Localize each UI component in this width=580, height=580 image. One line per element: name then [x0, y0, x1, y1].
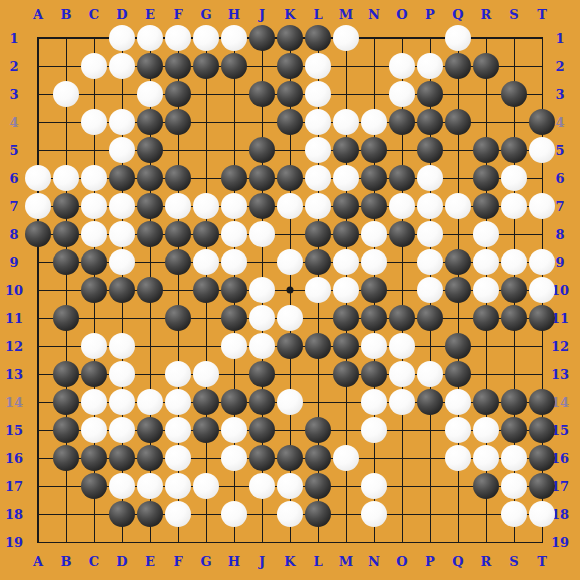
white-stone-G1: ○ [193, 25, 219, 51]
row-label-left-15: 15 [5, 423, 23, 438]
white-stone-K17: ○ [277, 473, 303, 499]
row-label-left-3: 3 [9, 87, 18, 102]
black-stone-L12: ● [305, 333, 331, 359]
row-label-left-7: 7 [9, 199, 18, 214]
row-label-left-11: 11 [5, 311, 23, 326]
white-stone-Q16: ○ [445, 445, 471, 471]
column-label-top-N: N [368, 7, 380, 22]
row-label-left-14: 14 [5, 395, 23, 410]
white-stone-D1: ○ [109, 25, 135, 51]
black-stone-K1: ● [277, 25, 303, 51]
black-stone-P3: ● [417, 81, 443, 107]
column-label-top-M: M [339, 7, 353, 22]
white-stone-O3: ○ [389, 81, 415, 107]
white-stone-T5: ○ [529, 137, 555, 163]
white-stone-R15: ○ [473, 417, 499, 443]
white-stone-S16: ○ [501, 445, 527, 471]
black-stone-F2: ● [165, 53, 191, 79]
row-label-left-6: 6 [9, 171, 18, 186]
column-label-top-J: J [259, 7, 265, 22]
black-stone-F3: ● [165, 81, 191, 107]
white-stone-F17: ○ [165, 473, 191, 499]
column-label-bottom-F: F [173, 554, 182, 569]
row-label-left-19: 19 [5, 535, 23, 550]
white-stone-S6: ○ [501, 165, 527, 191]
black-stone-J1: ● [249, 25, 275, 51]
star-point-K10 [287, 287, 294, 294]
white-stone-P10: ○ [417, 277, 443, 303]
white-stone-K9: ○ [277, 249, 303, 275]
white-stone-R16: ○ [473, 445, 499, 471]
row-label-right-4: 4 [555, 115, 564, 130]
black-stone-F8: ● [165, 221, 191, 247]
black-stone-E18: ● [137, 501, 163, 527]
row-label-left-12: 12 [5, 339, 23, 354]
black-stone-B11: ● [53, 305, 79, 331]
row-label-left-9: 9 [9, 255, 18, 270]
black-stone-G2: ● [193, 53, 219, 79]
black-stone-E10: ● [137, 277, 163, 303]
black-stone-S15: ● [501, 417, 527, 443]
white-stone-D2: ○ [109, 53, 135, 79]
black-stone-H11: ● [221, 305, 247, 331]
column-label-top-C: C [89, 7, 99, 22]
white-stone-F1: ○ [165, 25, 191, 51]
black-stone-S5: ● [501, 137, 527, 163]
black-stone-F11: ● [165, 305, 191, 331]
column-label-bottom-O: O [396, 554, 407, 569]
white-stone-D17: ○ [109, 473, 135, 499]
white-stone-Q15: ○ [445, 417, 471, 443]
black-stone-Q12: ● [445, 333, 471, 359]
row-label-left-18: 18 [5, 507, 23, 522]
white-stone-K18: ○ [277, 501, 303, 527]
black-stone-L16: ● [305, 445, 331, 471]
black-stone-M7: ● [333, 193, 359, 219]
black-stone-T15: ● [529, 417, 555, 443]
black-stone-R2: ● [473, 53, 499, 79]
white-stone-M4: ○ [333, 109, 359, 135]
column-label-top-K: K [284, 7, 295, 22]
black-stone-S14: ● [501, 389, 527, 415]
black-stone-M8: ● [333, 221, 359, 247]
black-stone-P11: ● [417, 305, 443, 331]
white-stone-L6: ○ [305, 165, 331, 191]
row-label-left-13: 13 [5, 367, 23, 382]
white-stone-K11: ○ [277, 305, 303, 331]
row-label-left-8: 8 [9, 227, 18, 242]
black-stone-G10: ● [193, 277, 219, 303]
white-stone-K14: ○ [277, 389, 303, 415]
black-stone-R5: ● [473, 137, 499, 163]
black-stone-S10: ● [501, 277, 527, 303]
black-stone-E16: ● [137, 445, 163, 471]
black-stone-C16: ● [81, 445, 107, 471]
row-label-left-16: 16 [5, 451, 23, 466]
black-stone-G8: ● [193, 221, 219, 247]
row-label-right-1: 1 [555, 31, 564, 46]
column-label-bottom-J: J [259, 554, 265, 569]
white-stone-C4: ○ [81, 109, 107, 135]
white-stone-N17: ○ [361, 473, 387, 499]
white-stone-K7: ○ [277, 193, 303, 219]
white-stone-D8: ○ [109, 221, 135, 247]
white-stone-L3: ○ [305, 81, 331, 107]
white-stone-H7: ○ [221, 193, 247, 219]
black-stone-O6: ● [389, 165, 415, 191]
white-stone-O7: ○ [389, 193, 415, 219]
black-stone-C9: ● [81, 249, 107, 275]
black-stone-J16: ● [249, 445, 275, 471]
white-stone-F18: ○ [165, 501, 191, 527]
white-stone-M10: ○ [333, 277, 359, 303]
column-label-top-G: G [200, 7, 211, 22]
white-stone-M6: ○ [333, 165, 359, 191]
column-label-bottom-G: G [200, 554, 211, 569]
black-stone-R7: ● [473, 193, 499, 219]
white-stone-L10: ○ [305, 277, 331, 303]
black-stone-H14: ● [221, 389, 247, 415]
white-stone-D15: ○ [109, 417, 135, 443]
black-stone-B13: ● [53, 361, 79, 387]
white-stone-A7: ○ [25, 193, 51, 219]
white-stone-E14: ○ [137, 389, 163, 415]
white-stone-H16: ○ [221, 445, 247, 471]
black-stone-D10: ● [109, 277, 135, 303]
column-label-top-R: R [481, 7, 492, 22]
row-label-right-5: 5 [555, 143, 564, 158]
black-stone-N7: ● [361, 193, 387, 219]
black-stone-T17: ● [529, 473, 555, 499]
white-stone-L7: ○ [305, 193, 331, 219]
white-stone-S7: ○ [501, 193, 527, 219]
black-stone-B15: ● [53, 417, 79, 443]
black-stone-J13: ● [249, 361, 275, 387]
white-stone-A6: ○ [25, 165, 51, 191]
black-stone-B14: ● [53, 389, 79, 415]
white-stone-M16: ○ [333, 445, 359, 471]
black-stone-Q4: ● [445, 109, 471, 135]
white-stone-B3: ○ [53, 81, 79, 107]
white-stone-O2: ○ [389, 53, 415, 79]
row-label-right-6: 6 [555, 171, 564, 186]
white-stone-F14: ○ [165, 389, 191, 415]
white-stone-F16: ○ [165, 445, 191, 471]
white-stone-E3: ○ [137, 81, 163, 107]
black-stone-F9: ● [165, 249, 191, 275]
row-label-left-5: 5 [9, 143, 18, 158]
white-stone-N14: ○ [361, 389, 387, 415]
column-label-bottom-Q: Q [452, 554, 463, 569]
black-stone-K6: ● [277, 165, 303, 191]
black-stone-C17: ● [81, 473, 107, 499]
white-stone-C12: ○ [81, 333, 107, 359]
row-label-right-7: 7 [555, 199, 564, 214]
black-stone-F6: ● [165, 165, 191, 191]
white-stone-G7: ○ [193, 193, 219, 219]
black-stone-Q2: ● [445, 53, 471, 79]
black-stone-T14: ● [529, 389, 555, 415]
column-label-bottom-A: A [33, 554, 43, 569]
black-stone-B9: ● [53, 249, 79, 275]
black-stone-E6: ● [137, 165, 163, 191]
column-label-bottom-L: L [313, 554, 322, 569]
column-label-top-Q: Q [452, 7, 463, 22]
white-stone-N12: ○ [361, 333, 387, 359]
column-label-top-A: A [33, 7, 43, 22]
black-stone-D16: ● [109, 445, 135, 471]
column-label-bottom-E: E [145, 554, 155, 569]
black-stone-S3: ● [501, 81, 527, 107]
black-stone-R17: ● [473, 473, 499, 499]
column-label-top-P: P [425, 7, 435, 22]
row-label-left-10: 10 [5, 283, 23, 298]
column-label-top-F: F [173, 7, 182, 22]
white-stone-H12: ○ [221, 333, 247, 359]
white-stone-H18: ○ [221, 501, 247, 527]
row-label-left-2: 2 [9, 59, 18, 74]
column-label-bottom-B: B [61, 554, 72, 569]
black-stone-E5: ● [137, 137, 163, 163]
black-stone-L17: ● [305, 473, 331, 499]
white-stone-B6: ○ [53, 165, 79, 191]
white-stone-C6: ○ [81, 165, 107, 191]
white-stone-N4: ○ [361, 109, 387, 135]
black-stone-Q9: ● [445, 249, 471, 275]
black-stone-G15: ● [193, 417, 219, 443]
white-stone-D13: ○ [109, 361, 135, 387]
row-label-right-19: 19 [551, 535, 569, 550]
white-stone-L2: ○ [305, 53, 331, 79]
black-stone-L8: ● [305, 221, 331, 247]
column-label-bottom-N: N [368, 554, 380, 569]
black-stone-N11: ● [361, 305, 387, 331]
black-stone-Q10: ● [445, 277, 471, 303]
white-stone-E17: ○ [137, 473, 163, 499]
black-stone-E8: ● [137, 221, 163, 247]
white-stone-F7: ○ [165, 193, 191, 219]
black-stone-J3: ● [249, 81, 275, 107]
white-stone-J10: ○ [249, 277, 275, 303]
white-stone-D9: ○ [109, 249, 135, 275]
black-stone-E4: ● [137, 109, 163, 135]
black-stone-C13: ● [81, 361, 107, 387]
black-stone-D6: ● [109, 165, 135, 191]
white-stone-G17: ○ [193, 473, 219, 499]
black-stone-B16: ● [53, 445, 79, 471]
black-stone-K3: ● [277, 81, 303, 107]
white-stone-D5: ○ [109, 137, 135, 163]
black-stone-R11: ● [473, 305, 499, 331]
white-stone-F15: ○ [165, 417, 191, 443]
row-label-right-3: 3 [555, 87, 564, 102]
white-stone-M1: ○ [333, 25, 359, 51]
white-stone-H15: ○ [221, 417, 247, 443]
black-stone-K4: ● [277, 109, 303, 135]
column-label-top-B: B [61, 7, 72, 22]
column-label-top-L: L [313, 7, 322, 22]
white-stone-G9: ○ [193, 249, 219, 275]
row-label-right-12: 12 [551, 339, 569, 354]
white-stone-L4: ○ [305, 109, 331, 135]
row-label-left-4: 4 [9, 115, 18, 130]
black-stone-H10: ● [221, 277, 247, 303]
white-stone-T18: ○ [529, 501, 555, 527]
white-stone-P6: ○ [417, 165, 443, 191]
white-stone-L5: ○ [305, 137, 331, 163]
black-stone-H6: ● [221, 165, 247, 191]
black-stone-N10: ● [361, 277, 387, 303]
white-stone-M9: ○ [333, 249, 359, 275]
white-stone-D12: ○ [109, 333, 135, 359]
column-label-bottom-H: H [228, 554, 240, 569]
white-stone-C2: ○ [81, 53, 107, 79]
black-stone-O4: ● [389, 109, 415, 135]
black-stone-P14: ● [417, 389, 443, 415]
black-stone-L9: ● [305, 249, 331, 275]
white-stone-F13: ○ [165, 361, 191, 387]
black-stone-E15: ● [137, 417, 163, 443]
white-stone-H9: ○ [221, 249, 247, 275]
white-stone-N8: ○ [361, 221, 387, 247]
black-stone-F4: ● [165, 109, 191, 135]
black-stone-B7: ● [53, 193, 79, 219]
white-stone-Q7: ○ [445, 193, 471, 219]
white-stone-P2: ○ [417, 53, 443, 79]
white-stone-C15: ○ [81, 417, 107, 443]
white-stone-J12: ○ [249, 333, 275, 359]
column-label-top-S: S [509, 7, 518, 22]
white-stone-R8: ○ [473, 221, 499, 247]
black-stone-K12: ● [277, 333, 303, 359]
row-label-left-17: 17 [5, 479, 23, 494]
white-stone-J17: ○ [249, 473, 275, 499]
black-stone-J7: ● [249, 193, 275, 219]
white-stone-N18: ○ [361, 501, 387, 527]
black-stone-O8: ● [389, 221, 415, 247]
row-label-right-9: 9 [555, 255, 564, 270]
white-stone-P7: ○ [417, 193, 443, 219]
column-label-bottom-K: K [284, 554, 295, 569]
black-stone-P5: ● [417, 137, 443, 163]
white-stone-S9: ○ [501, 249, 527, 275]
row-label-right-8: 8 [555, 227, 564, 242]
white-stone-S18: ○ [501, 501, 527, 527]
black-stone-K2: ● [277, 53, 303, 79]
column-label-top-H: H [228, 7, 240, 22]
white-stone-N15: ○ [361, 417, 387, 443]
column-label-bottom-T: T [537, 554, 547, 569]
white-stone-J8: ○ [249, 221, 275, 247]
black-stone-L18: ● [305, 501, 331, 527]
white-stone-Q1: ○ [445, 25, 471, 51]
column-label-top-O: O [396, 7, 407, 22]
white-stone-C8: ○ [81, 221, 107, 247]
white-stone-H1: ○ [221, 25, 247, 51]
black-stone-M13: ● [333, 361, 359, 387]
white-stone-H8: ○ [221, 221, 247, 247]
black-stone-J14: ● [249, 389, 275, 415]
black-stone-M12: ● [333, 333, 359, 359]
black-stone-L15: ● [305, 417, 331, 443]
row-label-left-1: 1 [9, 31, 18, 46]
black-stone-D18: ● [109, 501, 135, 527]
black-stone-O11: ● [389, 305, 415, 331]
black-stone-C10: ● [81, 277, 107, 303]
white-stone-T10: ○ [529, 277, 555, 303]
column-label-bottom-C: C [89, 554, 99, 569]
black-stone-E7: ● [137, 193, 163, 219]
white-stone-R9: ○ [473, 249, 499, 275]
white-stone-R10: ○ [473, 277, 499, 303]
black-stone-P4: ● [417, 109, 443, 135]
row-label-right-2: 2 [555, 59, 564, 74]
black-stone-J6: ● [249, 165, 275, 191]
white-stone-S17: ○ [501, 473, 527, 499]
white-stone-C7: ○ [81, 193, 107, 219]
black-stone-M5: ● [333, 137, 359, 163]
column-label-bottom-S: S [509, 554, 518, 569]
column-label-top-D: D [116, 7, 127, 22]
white-stone-D4: ○ [109, 109, 135, 135]
black-stone-A8: ● [25, 221, 51, 247]
row-label-right-13: 13 [551, 367, 569, 382]
column-label-bottom-M: M [339, 554, 353, 569]
white-stone-P9: ○ [417, 249, 443, 275]
black-stone-J15: ● [249, 417, 275, 443]
black-stone-K16: ● [277, 445, 303, 471]
column-label-bottom-P: P [425, 554, 435, 569]
white-stone-N9: ○ [361, 249, 387, 275]
black-stone-E2: ● [137, 53, 163, 79]
column-label-top-T: T [537, 7, 547, 22]
black-stone-N6: ● [361, 165, 387, 191]
black-stone-J5: ● [249, 137, 275, 163]
white-stone-D7: ○ [109, 193, 135, 219]
black-stone-N13: ● [361, 361, 387, 387]
white-stone-P13: ○ [417, 361, 443, 387]
white-stone-O13: ○ [389, 361, 415, 387]
black-stone-T4: ● [529, 109, 555, 135]
black-stone-Q13: ● [445, 361, 471, 387]
black-stone-L1: ● [305, 25, 331, 51]
black-stone-T16: ● [529, 445, 555, 471]
column-label-bottom-D: D [116, 554, 127, 569]
black-stone-G14: ● [193, 389, 219, 415]
column-label-top-E: E [145, 7, 155, 22]
white-stone-O12: ○ [389, 333, 415, 359]
white-stone-T7: ○ [529, 193, 555, 219]
column-label-bottom-R: R [481, 554, 492, 569]
white-stone-E1: ○ [137, 25, 163, 51]
black-stone-N5: ● [361, 137, 387, 163]
black-stone-M11: ● [333, 305, 359, 331]
black-stone-R6: ● [473, 165, 499, 191]
white-stone-C14: ○ [81, 389, 107, 415]
black-stone-R14: ● [473, 389, 499, 415]
white-stone-D14: ○ [109, 389, 135, 415]
white-stone-J11: ○ [249, 305, 275, 331]
white-stone-Q14: ○ [445, 389, 471, 415]
white-stone-P8: ○ [417, 221, 443, 247]
black-stone-B8: ● [53, 221, 79, 247]
black-stone-S11: ● [501, 305, 527, 331]
black-stone-T11: ● [529, 305, 555, 331]
white-stone-T9: ○ [529, 249, 555, 275]
black-stone-H2: ● [221, 53, 247, 79]
white-stone-O14: ○ [389, 389, 415, 415]
go-board[interactable]: AABBCCDDEEFFGGHHJJKKLLMMNNOOPPQQRRSSTT11… [0, 0, 580, 580]
